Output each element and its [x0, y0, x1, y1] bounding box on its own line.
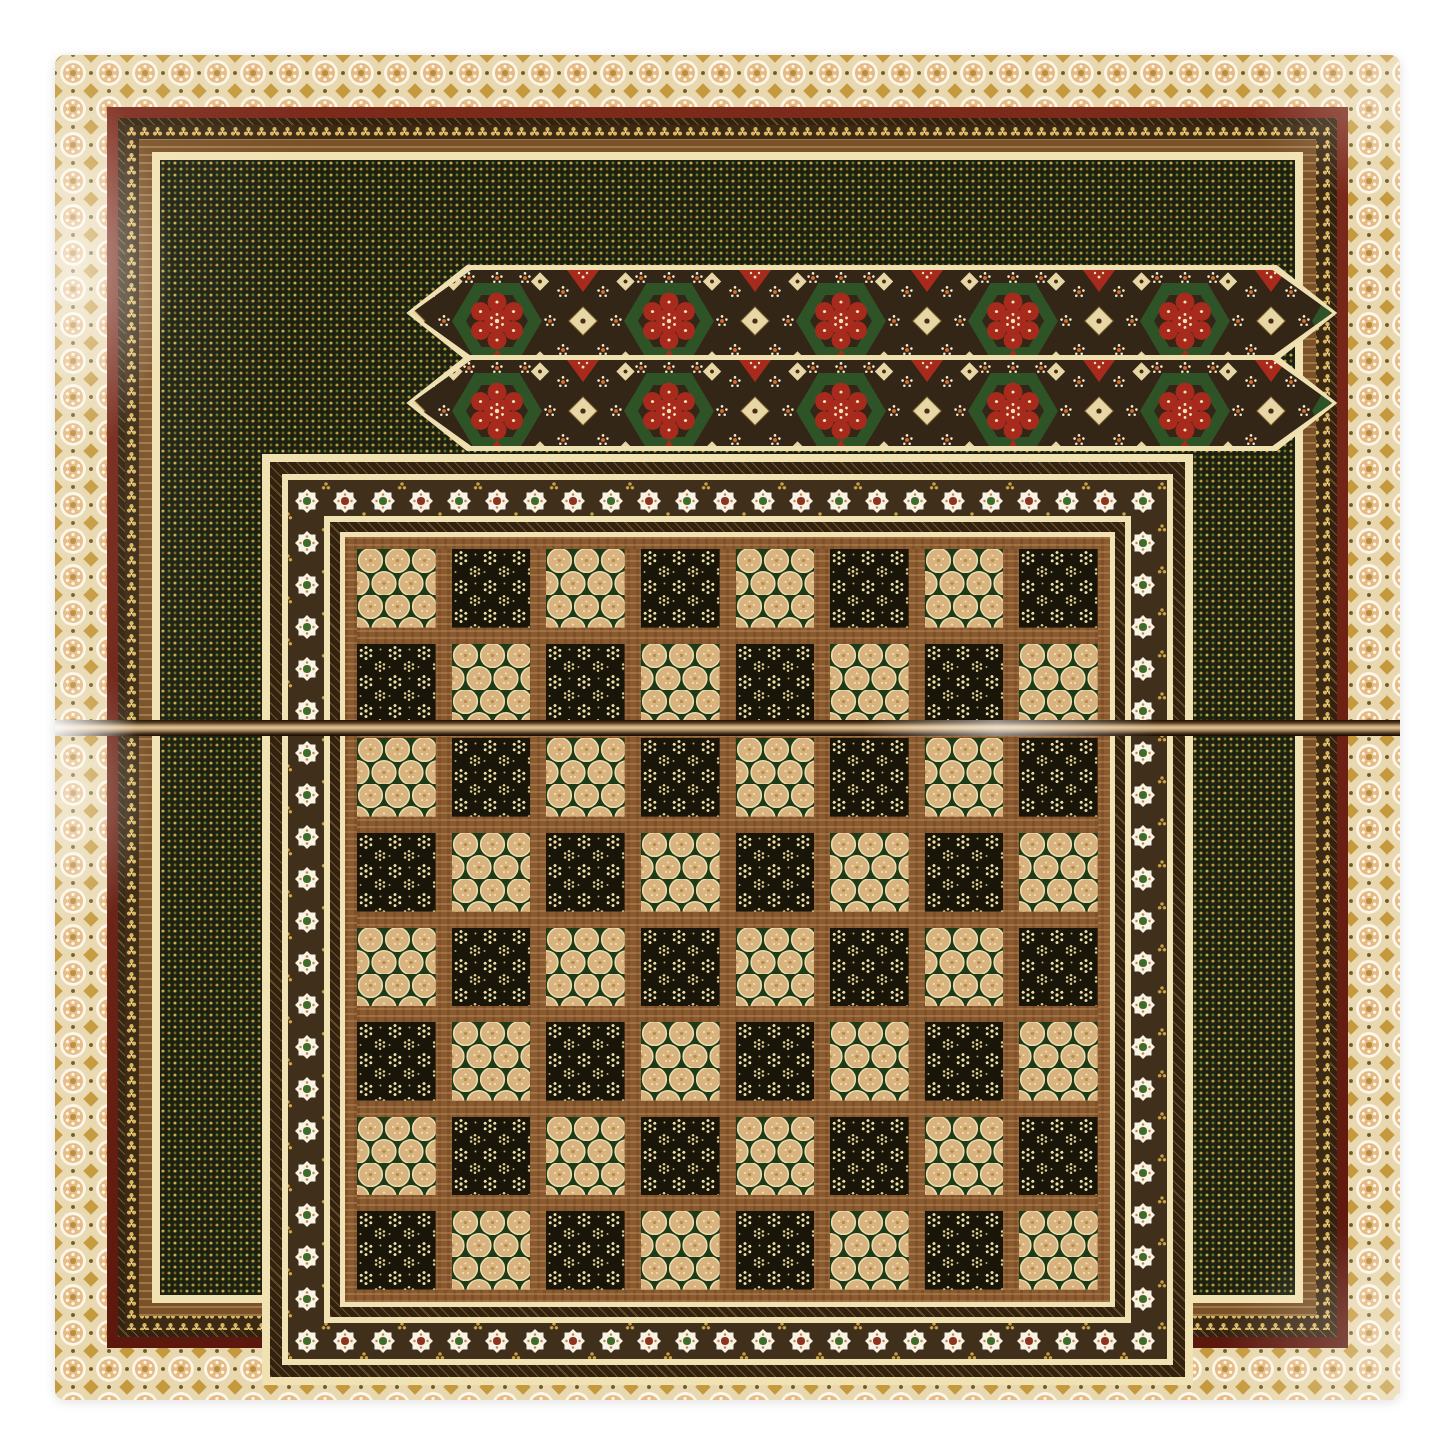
dark-square-pattern — [1019, 1117, 1098, 1196]
light-square-pattern — [641, 1022, 720, 1101]
square-g4[interactable] — [925, 928, 1004, 1007]
square-g8[interactable] — [925, 549, 1004, 628]
square-f1[interactable] — [830, 1211, 909, 1290]
light-square-pattern — [546, 928, 625, 1007]
square-f3[interactable] — [830, 1022, 909, 1101]
square-f2[interactable] — [830, 1117, 909, 1196]
square-a2[interactable] — [357, 1117, 436, 1196]
square-b6[interactable] — [452, 738, 531, 817]
dark-square-pattern — [641, 928, 720, 1007]
dark-square-pattern — [925, 644, 1004, 723]
square-g1[interactable] — [925, 1211, 1004, 1290]
cream-line-4 — [324, 516, 1131, 1323]
square-g5[interactable] — [925, 833, 1004, 912]
dark-square-pattern — [357, 644, 436, 723]
walnut-board-frame — [345, 537, 1110, 1302]
square-b1[interactable] — [452, 1211, 531, 1290]
dark-square-pattern — [452, 1117, 531, 1196]
light-square-pattern — [546, 549, 625, 628]
square-h4[interactable] — [1019, 928, 1098, 1007]
dark-square-pattern — [925, 1022, 1004, 1101]
dark-square-pattern — [736, 1022, 815, 1101]
checkerboard — [357, 549, 1098, 1290]
light-square-pattern — [830, 1211, 909, 1290]
square-c5[interactable] — [546, 833, 625, 912]
square-d7[interactable] — [641, 644, 720, 723]
light-square-pattern — [1019, 833, 1098, 912]
light-square-pattern — [830, 1022, 909, 1101]
square-e6[interactable] — [736, 738, 815, 817]
square-b3[interactable] — [452, 1022, 531, 1101]
light-square-pattern — [452, 644, 531, 723]
light-square-pattern — [925, 549, 1004, 628]
dark-square-pattern — [925, 1211, 1004, 1290]
dark-square-pattern — [736, 644, 815, 723]
dark-square-pattern — [546, 1022, 625, 1101]
square-f6[interactable] — [830, 738, 909, 817]
square-c3[interactable] — [546, 1022, 625, 1101]
dark-square-pattern — [830, 1117, 909, 1196]
photo-background — [0, 0, 1455, 1455]
dark-square-pattern — [925, 833, 1004, 912]
light-square-pattern — [357, 549, 436, 628]
square-c7[interactable] — [546, 644, 625, 723]
square-b2[interactable] — [452, 1117, 531, 1196]
square-e2[interactable] — [736, 1117, 815, 1196]
dark-square-pattern — [641, 738, 720, 817]
dark-square-pattern — [736, 1211, 815, 1290]
square-a3[interactable] — [357, 1022, 436, 1101]
square-c8[interactable] — [546, 549, 625, 628]
square-d6[interactable] — [641, 738, 720, 817]
square-f4[interactable] — [830, 928, 909, 1007]
square-c1[interactable] — [546, 1211, 625, 1290]
square-a4[interactable] — [357, 928, 436, 1007]
dark-square-pattern — [1019, 928, 1098, 1007]
square-b5[interactable] — [452, 833, 531, 912]
dark-square-pattern — [1019, 549, 1098, 628]
cream-line-3 — [282, 474, 1173, 1365]
medallion-pattern-bottom — [411, 360, 1332, 446]
square-d3[interactable] — [641, 1022, 720, 1101]
square-h1[interactable] — [1019, 1211, 1098, 1290]
light-square-pattern — [641, 833, 720, 912]
white-flower-band — [288, 480, 1167, 1359]
light-square-pattern — [1019, 644, 1098, 723]
dark-square-pattern — [357, 1022, 436, 1101]
dark-square-pattern — [357, 1211, 436, 1290]
dark-square-pattern — [452, 549, 531, 628]
square-g2[interactable] — [925, 1117, 1004, 1196]
square-d4[interactable] — [641, 928, 720, 1007]
square-h7[interactable] — [1019, 644, 1098, 723]
khatam-panel-bottom — [406, 355, 1337, 451]
dark-square-pattern — [357, 833, 436, 912]
dark-square-pattern — [641, 1117, 720, 1196]
dark-wood-line-board — [330, 522, 1125, 1317]
light-square-pattern — [925, 928, 1004, 1007]
square-a8[interactable] — [357, 549, 436, 628]
dark-square-pattern — [546, 1211, 625, 1290]
cream-line-5 — [340, 532, 1115, 1307]
dark-square-pattern — [546, 833, 625, 912]
light-square-pattern — [452, 1211, 531, 1290]
square-a7[interactable] — [357, 644, 436, 723]
square-e7[interactable] — [736, 644, 815, 723]
square-h3[interactable] — [1019, 1022, 1098, 1101]
square-g7[interactable] — [925, 644, 1004, 723]
dark-square-pattern — [452, 928, 531, 1007]
light-square-pattern — [736, 738, 815, 817]
square-e4[interactable] — [736, 928, 815, 1007]
square-b8[interactable] — [452, 549, 531, 628]
dark-square-pattern — [830, 738, 909, 817]
square-h8[interactable] — [1019, 549, 1098, 628]
dark-square-pattern — [452, 738, 531, 817]
square-a1[interactable] — [357, 1211, 436, 1290]
square-e3[interactable] — [736, 1022, 815, 1101]
dark-wood-band-inner — [270, 462, 1185, 1377]
dark-square-pattern — [736, 833, 815, 912]
light-square-pattern — [830, 644, 909, 723]
square-a5[interactable] — [357, 833, 436, 912]
light-square-pattern — [925, 738, 1004, 817]
square-c2[interactable] — [546, 1117, 625, 1196]
light-square-pattern — [925, 1117, 1004, 1196]
square-e8[interactable] — [736, 549, 815, 628]
light-square-pattern — [452, 833, 531, 912]
square-g6[interactable] — [925, 738, 1004, 817]
light-square-pattern — [452, 1022, 531, 1101]
khatam-chessboard — [55, 55, 1400, 1400]
light-square-pattern — [357, 1117, 436, 1196]
square-c4[interactable] — [546, 928, 625, 1007]
square-d8[interactable] — [641, 549, 720, 628]
square-h2[interactable] — [1019, 1117, 1098, 1196]
square-d1[interactable] — [641, 1211, 720, 1290]
khatam-panel-top — [406, 265, 1337, 361]
square-d2[interactable] — [641, 1117, 720, 1196]
dark-square-pattern — [641, 549, 720, 628]
square-e5[interactable] — [736, 833, 815, 912]
dark-square-pattern — [830, 549, 909, 628]
fold-seam-hinge — [55, 720, 1400, 736]
light-square-pattern — [546, 1117, 625, 1196]
light-square-pattern — [1019, 1022, 1098, 1101]
light-square-pattern — [736, 1117, 815, 1196]
dark-square-pattern — [546, 644, 625, 723]
square-g3[interactable] — [925, 1022, 1004, 1101]
light-square-pattern — [357, 738, 436, 817]
cream-line-2 — [262, 454, 1193, 1385]
square-h5[interactable] — [1019, 833, 1098, 912]
light-square-pattern — [357, 928, 436, 1007]
light-square-pattern — [736, 549, 815, 628]
square-b7[interactable] — [452, 644, 531, 723]
square-h6[interactable] — [1019, 738, 1098, 817]
medallion-pattern-top — [411, 270, 1332, 356]
square-d5[interactable] — [641, 833, 720, 912]
dark-square-pattern — [830, 928, 909, 1007]
light-square-pattern — [736, 928, 815, 1007]
square-a6[interactable] — [357, 738, 436, 817]
light-square-pattern — [641, 1211, 720, 1290]
square-b4[interactable] — [452, 928, 531, 1007]
dark-square-pattern — [1019, 738, 1098, 817]
light-square-pattern — [641, 644, 720, 723]
square-f7[interactable] — [830, 644, 909, 723]
square-e1[interactable] — [736, 1211, 815, 1290]
square-c6[interactable] — [546, 738, 625, 817]
square-f8[interactable] — [830, 549, 909, 628]
light-square-pattern — [546, 738, 625, 817]
light-square-pattern — [1019, 1211, 1098, 1290]
light-square-pattern — [830, 833, 909, 912]
square-f5[interactable] — [830, 833, 909, 912]
